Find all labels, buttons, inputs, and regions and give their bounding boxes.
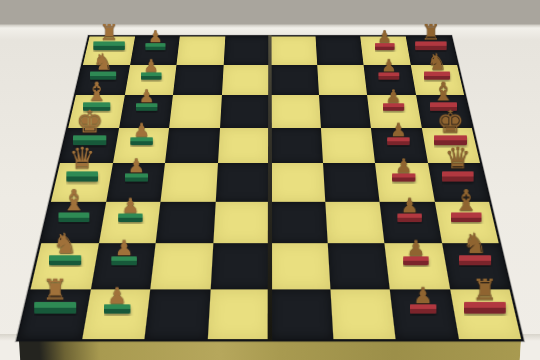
square-g3[interactable] — [173, 65, 223, 95]
piece-base-black — [398, 213, 423, 222]
square-g5[interactable] — [270, 65, 319, 95]
bishop-figure-glyph: ♝ — [453, 186, 479, 215]
square-f3[interactable] — [169, 95, 221, 128]
square-f1[interactable] — [68, 95, 124, 128]
piece-white-pawn-a2[interactable]: ♟ — [103, 284, 130, 313]
square-f4[interactable] — [220, 95, 270, 128]
knight-figure-glyph: ♞ — [462, 230, 487, 258]
square-g1[interactable] — [76, 65, 130, 95]
square-h7[interactable] — [360, 36, 410, 64]
piece-base-black — [410, 304, 437, 313]
piece-base-black — [403, 257, 429, 266]
pawn-figure-glyph: ♟ — [121, 195, 139, 215]
piece-black-rook-a8[interactable]: ♜ — [463, 275, 505, 314]
square-h1[interactable] — [83, 36, 135, 64]
piece-base-white — [35, 302, 77, 314]
chessboard-scene: ♜♞♝♚♛♝♞♜♟♟♟♟♟♟♟♟♟♟♟♟♟♟♟♟♜♞♝♚♛♝♞♜ — [0, 0, 540, 360]
piece-base-black — [392, 174, 415, 182]
piece-white-bishop-c1[interactable]: ♝ — [59, 186, 90, 222]
square-f6[interactable] — [319, 95, 371, 128]
square-f7[interactable] — [367, 95, 421, 128]
square-g4[interactable] — [221, 65, 270, 95]
piece-white-rook-a1[interactable]: ♜ — [35, 275, 77, 314]
square-e5[interactable] — [270, 128, 323, 163]
square-h3[interactable] — [176, 36, 224, 64]
piece-base-white — [67, 172, 99, 182]
square-f5[interactable] — [270, 95, 320, 128]
piece-base-black — [450, 212, 481, 222]
piece-base-black — [459, 255, 491, 265]
piece-base-white — [59, 212, 90, 222]
rook-figure-glyph: ♜ — [42, 275, 68, 304]
piece-black-pawn-d7[interactable]: ♟ — [392, 156, 415, 182]
piece-black-bishop-c8[interactable]: ♝ — [450, 186, 481, 222]
piece-white-queen-d1[interactable]: ♛ — [67, 144, 99, 182]
pawn-figure-glyph: ♟ — [401, 195, 419, 215]
piece-black-pawn-c7[interactable]: ♟ — [398, 195, 423, 222]
square-h5[interactable] — [270, 36, 317, 64]
piece-white-pawn-d2[interactable]: ♟ — [124, 156, 147, 182]
piece-base-black — [463, 302, 505, 314]
square-f2[interactable] — [119, 95, 173, 128]
square-g7[interactable] — [364, 65, 416, 95]
square-h4[interactable] — [223, 36, 270, 64]
pawn-figure-glyph: ♟ — [413, 284, 433, 306]
knight-figure-glyph: ♞ — [53, 230, 78, 258]
square-h8[interactable] — [405, 36, 457, 64]
queen-figure-glyph: ♛ — [69, 144, 96, 174]
piece-white-pawn-b2[interactable]: ♟ — [111, 238, 137, 266]
square-g8[interactable] — [410, 65, 464, 95]
chessboard: ♜♞♝♚♛♝♞♜♟♟♟♟♟♟♟♟♟♟♟♟♟♟♟♟♜♞♝♚♛♝♞♜ — [19, 36, 521, 339]
piece-base-white — [124, 174, 147, 182]
piece-base-white — [103, 304, 130, 313]
piece-base-black — [442, 172, 474, 182]
square-h6[interactable] — [315, 36, 363, 64]
piece-black-knight-b8[interactable]: ♞ — [459, 230, 491, 266]
board-front-edge — [19, 339, 521, 360]
square-g6[interactable] — [317, 65, 367, 95]
square-g2[interactable] — [124, 65, 176, 95]
piece-white-pawn-c2[interactable]: ♟ — [118, 195, 143, 222]
pawn-figure-glyph: ♟ — [107, 284, 127, 306]
piece-black-pawn-a7[interactable]: ♟ — [410, 284, 437, 313]
piece-white-knight-b1[interactable]: ♞ — [49, 230, 81, 266]
square-e6[interactable] — [320, 128, 375, 163]
piece-base-white — [49, 255, 81, 265]
rook-figure-glyph: ♜ — [471, 275, 497, 304]
square-e4[interactable] — [218, 128, 271, 163]
square-h2[interactable] — [130, 36, 180, 64]
square-e3[interactable] — [165, 128, 220, 163]
piece-black-pawn-b7[interactable]: ♟ — [403, 238, 429, 266]
piece-base-white — [111, 257, 137, 266]
bishop-figure-glyph: ♝ — [61, 186, 87, 215]
piece-base-white — [118, 213, 143, 222]
queen-figure-glyph: ♛ — [444, 144, 471, 174]
square-f8[interactable] — [416, 95, 472, 128]
piece-black-queen-d8[interactable]: ♛ — [442, 144, 474, 182]
